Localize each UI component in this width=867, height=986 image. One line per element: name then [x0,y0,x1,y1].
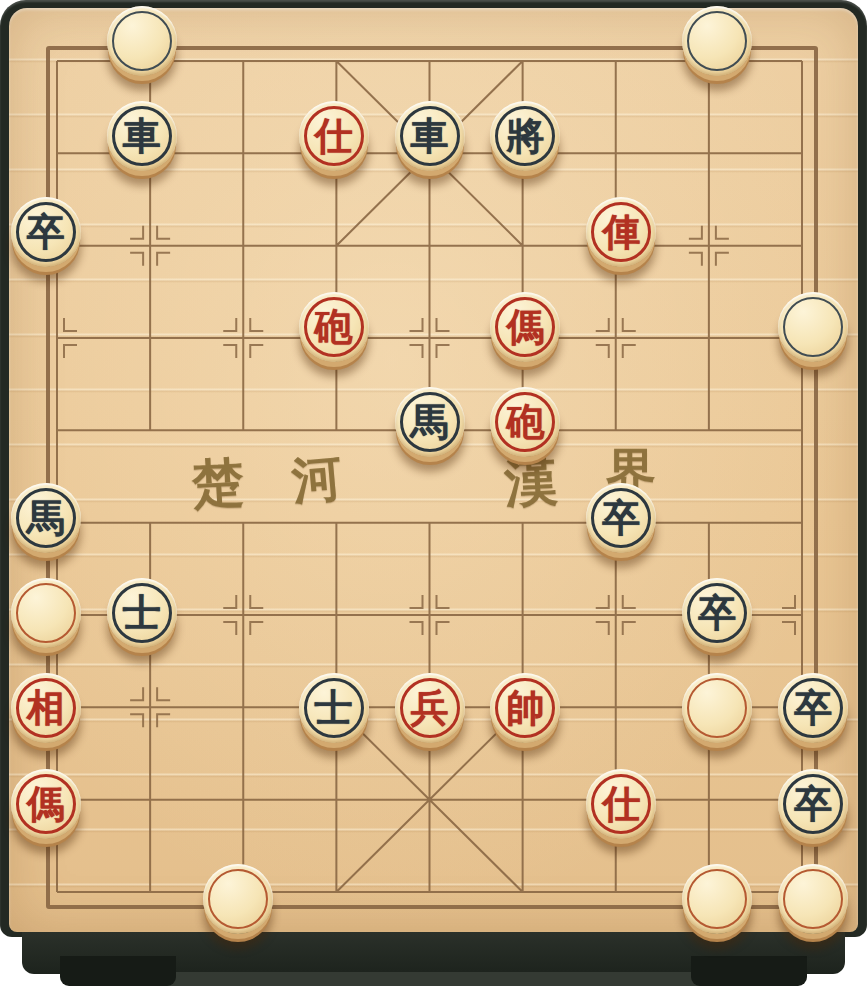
hidden-piece-ring [783,297,843,357]
piece-black-卒[interactable]: 卒 [586,483,656,553]
board-foot-right [691,956,807,986]
piece-glyph: 將 [495,106,555,166]
piece-black-車[interactable]: 車 [395,101,465,171]
piece-glyph: 車 [112,106,172,166]
board-foot-left [60,956,176,986]
piece-glyph: 仕 [591,774,651,834]
piece-black-馬[interactable]: 馬 [395,387,465,457]
river-char-han: 漢 [503,446,560,521]
piece-black-車[interactable]: 車 [107,101,177,171]
piece-glyph: 士 [304,678,364,738]
piece-hidden-red[interactable] [203,864,273,934]
piece-hidden-black[interactable] [107,6,177,76]
piece-glyph: 俥 [591,202,651,262]
hidden-piece-ring [687,869,747,929]
piece-hidden-black[interactable] [682,6,752,76]
piece-black-士[interactable]: 士 [107,578,177,648]
piece-glyph: 仕 [304,106,364,166]
hidden-piece-ring [16,583,76,643]
piece-glyph: 卒 [16,202,76,262]
piece-red-相[interactable]: 相 [11,673,81,743]
hidden-piece-ring [783,869,843,929]
river-char-chu: 楚 [190,448,246,521]
piece-glyph: 砲 [304,297,364,357]
piece-hidden-red[interactable] [778,864,848,934]
piece-glyph: 馬 [16,488,76,548]
piece-glyph: 馬 [400,392,460,452]
piece-glyph: 卒 [591,488,651,548]
hidden-piece-ring [687,11,747,71]
piece-red-傌[interactable]: 傌 [490,292,560,362]
piece-glyph: 卒 [783,678,843,738]
piece-glyph: 卒 [687,583,747,643]
piece-hidden-red[interactable] [682,864,752,934]
piece-hidden-black[interactable] [778,292,848,362]
piece-red-兵[interactable]: 兵 [395,673,465,743]
piece-red-仕[interactable]: 仕 [299,101,369,171]
piece-black-卒[interactable]: 卒 [11,197,81,267]
piece-red-砲[interactable]: 砲 [299,292,369,362]
piece-black-馬[interactable]: 馬 [11,483,81,553]
piece-glyph: 士 [112,583,172,643]
piece-glyph: 傌 [16,774,76,834]
piece-black-卒[interactable]: 卒 [682,578,752,648]
piece-glyph: 車 [400,106,460,166]
hidden-piece-ring [112,11,172,71]
hidden-piece-ring [208,869,268,929]
piece-glyph: 砲 [495,392,555,452]
piece-glyph: 兵 [400,678,460,738]
piece-red-傌[interactable]: 傌 [11,769,81,839]
hidden-piece-ring [687,678,747,738]
board-play-area[interactable]: 楚 河 漢 界 車仕車將卒俥砲傌馬砲馬卒士卒相士兵帥卒傌仕卒 [57,61,802,892]
grid-lines-path [57,61,802,892]
piece-glyph: 傌 [495,297,555,357]
piece-black-士[interactable]: 士 [299,673,369,743]
board-stand-recess [112,972,760,986]
river-char-he: 河 [289,444,345,515]
piece-red-俥[interactable]: 俥 [586,197,656,267]
piece-hidden-red[interactable] [11,578,81,648]
xiangqi-board-scene: 楚 河 漢 界 車仕車將卒俥砲傌馬砲馬卒士卒相士兵帥卒傌仕卒 [0,0,867,986]
piece-red-仕[interactable]: 仕 [586,769,656,839]
piece-glyph: 相 [16,678,76,738]
board-grid-lines [57,61,802,892]
piece-glyph: 卒 [783,774,843,834]
piece-glyph: 帥 [495,678,555,738]
piece-black-卒[interactable]: 卒 [778,769,848,839]
